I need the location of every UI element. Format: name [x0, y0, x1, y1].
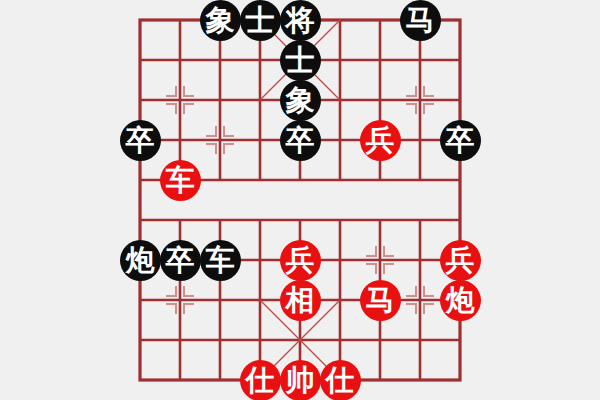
point-marker — [160, 280, 200, 320]
point-marker — [160, 80, 200, 120]
piece-red-soldier[interactable]: 兵 — [280, 240, 321, 281]
piece-black-soldier[interactable]: 卒 — [440, 120, 481, 161]
piece-black-elephant[interactable]: 象 — [200, 0, 241, 41]
piece-black-advisor[interactable]: 士 — [280, 40, 321, 81]
point-marker — [200, 120, 240, 160]
point-marker — [400, 280, 440, 320]
piece-red-elephant[interactable]: 相 — [280, 280, 321, 321]
piece-red-general[interactable]: 帅 — [280, 360, 321, 400]
xiangqi-board: 象士将马士象卒卒兵卒车炮卒车兵兵相马炮仕帅仕 — [0, 0, 600, 400]
board-intersections: 象士将马士象卒卒兵卒车炮卒车兵兵相马炮仕帅仕 — [120, 0, 480, 400]
piece-black-horse[interactable]: 马 — [400, 0, 441, 41]
piece-red-advisor[interactable]: 仕 — [320, 360, 361, 400]
piece-red-chariot[interactable]: 车 — [160, 160, 201, 201]
piece-red-advisor[interactable]: 仕 — [240, 360, 281, 400]
piece-red-soldier[interactable]: 兵 — [440, 240, 481, 281]
piece-black-advisor[interactable]: 士 — [240, 0, 281, 41]
piece-black-soldier[interactable]: 卒 — [120, 120, 161, 161]
point-marker — [400, 80, 440, 120]
piece-red-cannon[interactable]: 炮 — [440, 280, 481, 321]
point-marker — [360, 240, 400, 280]
piece-black-chariot[interactable]: 车 — [200, 240, 241, 281]
piece-black-elephant[interactable]: 象 — [280, 80, 321, 121]
piece-black-soldier[interactable]: 卒 — [160, 240, 201, 281]
piece-red-soldier[interactable]: 兵 — [360, 120, 401, 161]
piece-black-soldier[interactable]: 卒 — [280, 120, 321, 161]
piece-red-horse[interactable]: 马 — [360, 280, 401, 321]
app-canvas: 象士将马士象卒卒兵卒车炮卒车兵兵相马炮仕帅仕 — [0, 0, 600, 400]
piece-black-general[interactable]: 将 — [280, 0, 321, 41]
piece-black-cannon[interactable]: 炮 — [120, 240, 161, 281]
